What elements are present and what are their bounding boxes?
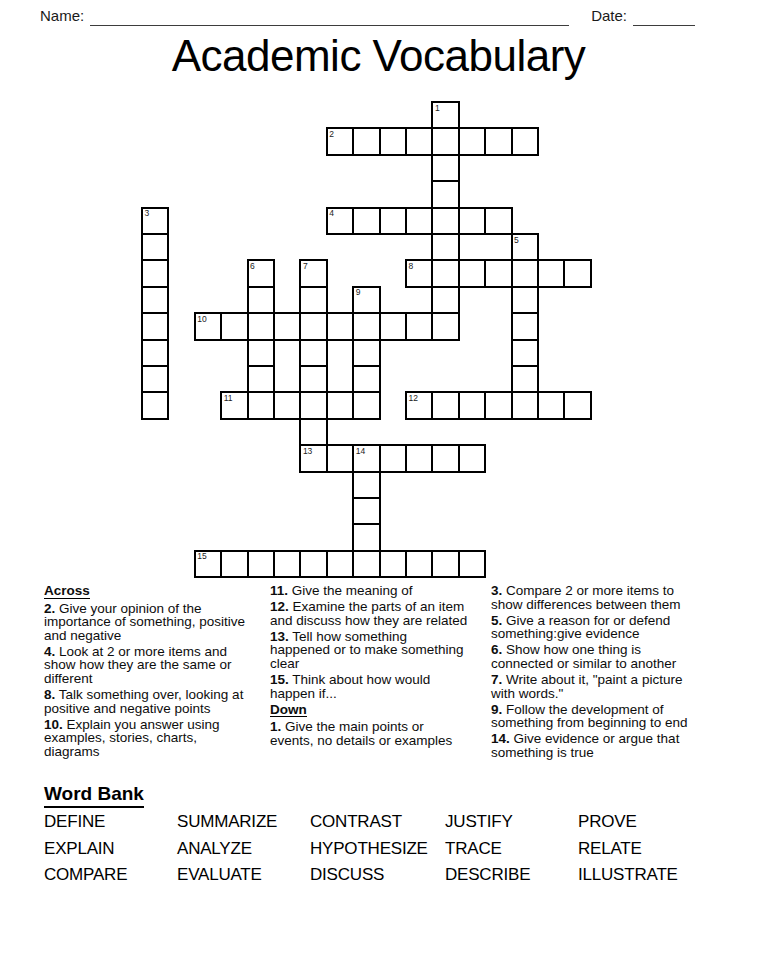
cell-r11-c12[interactable] [458,391,486,419]
cell-r17-c11[interactable] [431,550,459,578]
cell-r0-c11[interactable]: 1 [431,101,459,129]
cell-r10-c8[interactable] [352,365,380,393]
clue-number-9: 9 [356,288,361,297]
cell-r8-c0[interactable] [141,312,169,340]
cell-r7-c8[interactable]: 9 [352,286,380,314]
word-bank-word-trace: TRACE [445,836,578,863]
clue-7: 7. Write about it, "paint a picture with… [491,673,697,700]
cell-r8-c9[interactable] [379,312,407,340]
cell-r13-c9[interactable] [379,444,407,472]
cell-r1-c9[interactable] [379,127,407,155]
cell-r15-c8[interactable] [352,497,380,525]
page-title: Academic Vocabulary [0,31,757,81]
cell-r8-c4[interactable] [247,312,275,340]
cell-r11-c6[interactable] [299,391,327,419]
clue-11-number: 11. [270,583,288,598]
cell-r7-c14[interactable] [511,286,539,314]
across-clues-header: Across [44,584,90,599]
cell-r6-c14[interactable] [511,259,539,287]
cell-r1-c12[interactable] [458,127,486,155]
cell-r1-c8[interactable] [352,127,380,155]
word-bank-word-analyze: ANALYZE [177,836,310,863]
cell-r4-c10[interactable] [405,207,433,235]
clue-13: 13. Tell how something happened or to ma… [270,630,470,671]
cell-r16-c8[interactable] [352,523,380,551]
cell-r5-c14[interactable]: 5 [511,233,539,261]
cell-r11-c16[interactable] [563,391,591,419]
clue-number-13: 13 [303,447,312,456]
word-bank-word-describe: DESCRIBE [445,862,578,889]
clue-9: 9. Follow the development of something f… [491,703,697,730]
cell-r6-c15[interactable] [537,259,565,287]
cell-r9-c14[interactable] [511,339,539,367]
word-bank-word-evaluate: EVALUATE [177,862,310,889]
cell-r2-c11[interactable] [431,154,459,182]
cell-r8-c3[interactable] [220,312,248,340]
cell-r8-c11[interactable] [431,312,459,340]
clue-number-5: 5 [514,236,519,245]
clue-10-text: Explain you answer using examples, stori… [44,717,220,759]
clue-3-text: Compare 2 or more items to show differen… [491,583,681,612]
cell-r11-c14[interactable] [511,391,539,419]
cell-r6-c11[interactable] [431,259,459,287]
word-bank-word-illustrate: ILLUSTRATE [578,862,708,889]
cell-r17-c12[interactable] [458,550,486,578]
word-bank-word-explain: EXPLAIN [44,836,177,863]
clue-2-text: Give your opinion of the importance of s… [44,601,245,643]
word-bank-word-relate: RELATE [578,836,708,863]
cell-r4-c9[interactable] [379,207,407,235]
cell-r11-c13[interactable] [484,391,512,419]
cell-r11-c11[interactable] [431,391,459,419]
cell-r14-c8[interactable] [352,471,380,499]
clue-number-10: 10 [197,315,206,324]
cell-r8-c5[interactable] [273,312,301,340]
cell-r1-c7[interactable]: 2 [326,127,354,155]
cell-r11-c10[interactable]: 12 [405,391,433,419]
clue-number-11: 11 [224,394,233,403]
word-bank-word-contrast: CONTRAST [310,809,445,836]
cell-r4-c8[interactable] [352,207,380,235]
clue-15: 15. Think about how would happen if... [270,673,470,700]
clue-column-left: Across2. Give your opinion of the import… [44,584,252,761]
cell-r6-c16[interactable] [563,259,591,287]
clue-5: 5. Give a reason for or defend something… [491,614,697,641]
clue-number-12: 12 [409,394,418,403]
cell-r6-c4[interactable]: 6 [247,259,275,287]
clue-15-text: Think about how would happen if... [270,672,430,701]
cell-r9-c6[interactable] [299,339,327,367]
cell-r17-c4[interactable] [247,550,275,578]
cell-r1-c14[interactable] [511,127,539,155]
clue-8-text: Talk something over, looking at positive… [44,687,243,716]
cell-r6-c6[interactable]: 7 [299,259,327,287]
cell-r9-c8[interactable] [352,339,380,367]
cell-r3-c11[interactable] [431,180,459,208]
date-blank-line[interactable] [633,5,695,26]
cell-r1-c10[interactable] [405,127,433,155]
cell-r13-c11[interactable] [431,444,459,472]
cell-r11-c3[interactable]: 11 [220,391,248,419]
cell-r13-c10[interactable] [405,444,433,472]
clue-12: 12. Examine the parts of an item and dis… [270,600,470,627]
cell-r13-c8[interactable]: 14 [352,444,380,472]
cell-r7-c4[interactable] [247,286,275,314]
cell-r17-c5[interactable] [273,550,301,578]
cell-r8-c14[interactable] [511,312,539,340]
clue-4: 4. Look at 2 or more items and show how … [44,645,252,686]
word-bank-word-hypothesize: HYPOTHESIZE [310,836,445,863]
cell-r13-c7[interactable] [326,444,354,472]
clue-9-text: Follow the development of something from… [491,702,688,731]
cell-r1-c11[interactable] [431,127,459,155]
clue-number-1: 1 [435,104,440,113]
cell-r8-c6[interactable] [299,312,327,340]
word-bank-word-justify: JUSTIFY [445,809,578,836]
cell-r11-c0[interactable] [141,391,169,419]
clue-1-text: Give the main points or events, no detai… [270,719,452,748]
clue-14-text: Give evidence or argue that something is… [491,731,679,760]
clue-2: 2. Give your opinion of the importance o… [44,602,252,643]
clue-11-text: Give the meaning of [288,583,413,598]
clue-number-6: 6 [250,262,255,271]
clue-number-8: 8 [409,262,414,271]
word-bank-word-prove: PROVE [578,809,708,836]
cell-r13-c6[interactable]: 13 [299,444,327,472]
clue-10: 10. Explain you answer using examples, s… [44,718,252,759]
clue-13-text: Tell how something happened or to make s… [270,629,464,671]
cell-r6-c10[interactable]: 8 [405,259,433,287]
cell-r12-c6[interactable] [299,418,327,446]
word-bank-word-summarize: SUMMARIZE [177,809,310,836]
cell-r17-c7[interactable] [326,550,354,578]
cell-r6-c13[interactable] [484,259,512,287]
cell-r4-c13[interactable] [484,207,512,235]
clue-number-3: 3 [145,209,150,218]
cell-r5-c0[interactable] [141,233,169,261]
cell-r11-c7[interactable] [326,391,354,419]
clue-column-middle: 11. Give the meaning of12. Examine the p… [270,584,470,750]
clue-12-text: Examine the parts of an item and discuss… [270,599,467,628]
cell-r10-c6[interactable] [299,365,327,393]
cell-r13-c12[interactable] [458,444,486,472]
clue-number-2: 2 [329,130,334,139]
cell-r17-c10[interactable] [405,550,433,578]
cell-r1-c13[interactable] [484,127,512,155]
cell-r10-c0[interactable] [141,365,169,393]
cell-r7-c11[interactable] [431,286,459,314]
cell-r11-c5[interactable] [273,391,301,419]
cell-r11-c15[interactable] [537,391,565,419]
cell-r7-c6[interactable] [299,286,327,314]
down-clues-header: Down [270,703,307,718]
clue-number-4: 4 [329,209,334,218]
cell-r6-c12[interactable] [458,259,486,287]
cell-r4-c0[interactable]: 3 [141,207,169,235]
clue-5-text: Give a reason for or defend something:gi… [491,613,670,642]
cell-r4-c12[interactable] [458,207,486,235]
name-date-row: Name: Date: [40,4,695,26]
clue-4-text: Look at 2 or more items and show how the… [44,644,232,686]
name-label: Name: [40,6,84,26]
cell-r11-c8[interactable] [352,391,380,419]
cell-r4-c7[interactable]: 4 [326,207,354,235]
word-bank-word-discuss: DISCUSS [310,862,445,889]
cell-r8-c10[interactable] [405,312,433,340]
cell-r17-c3[interactable] [220,550,248,578]
cell-r17-c8[interactable] [352,550,380,578]
cell-r9-c0[interactable] [141,339,169,367]
clue-column-right: 3. Compare 2 or more items to show diffe… [491,584,697,762]
clue-number-14: 14 [356,447,365,456]
cell-r4-c11[interactable] [431,207,459,235]
crossword-grid: 123456789101112131415 [141,101,592,579]
clue-14: 14. Give evidence or argue that somethin… [491,732,697,759]
cell-r9-c4[interactable] [247,339,275,367]
name-blank-line[interactable] [90,5,569,26]
cell-r10-c4[interactable] [247,365,275,393]
cell-r6-c0[interactable] [141,259,169,287]
cell-r8-c8[interactable] [352,312,380,340]
word-bank-header: Word Bank [44,783,144,808]
date-label: Date: [591,6,627,26]
clue-3: 3. Compare 2 or more items to show diffe… [491,584,697,611]
cell-r8-c7[interactable] [326,312,354,340]
word-bank-word-compare: COMPARE [44,862,177,889]
clue-1: 1. Give the main points or events, no de… [270,720,470,747]
cell-r17-c2[interactable]: 15 [194,550,222,578]
worksheet-page: Name: Date: Academic Vocabulary 12345678… [0,0,757,980]
cell-r5-c11[interactable] [431,233,459,261]
cell-r10-c14[interactable] [511,365,539,393]
cell-r11-c4[interactable] [247,391,275,419]
word-bank-list: DEFINESUMMARIZECONTRASTJUSTIFYPROVEEXPLA… [44,809,708,889]
cell-r7-c0[interactable] [141,286,169,314]
clue-7-text: Write about it, "paint a picture with wo… [491,672,682,701]
cell-r17-c9[interactable] [379,550,407,578]
word-bank-word-define: DEFINE [44,809,177,836]
cell-r17-c6[interactable] [299,550,327,578]
clue-11: 11. Give the meaning of [270,584,470,598]
clue-8: 8. Talk something over, looking at posit… [44,688,252,715]
clue-number-15: 15 [197,552,206,561]
clue-number-7: 7 [303,262,308,271]
clue-6: 6. Show how one thing is connected or si… [491,643,697,670]
cell-r8-c2[interactable]: 10 [194,312,222,340]
clue-6-text: Show how one thing is connected or simil… [491,642,676,671]
